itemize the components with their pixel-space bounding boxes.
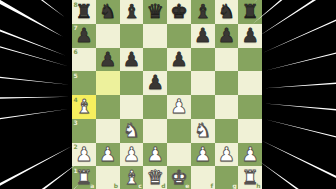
speed-line [265,71,336,89]
square-e5[interactable] [167,71,191,95]
rank-label-6: 6 [74,49,78,55]
square-f2[interactable]: ♟ [191,143,215,167]
square-h1[interactable]: h♜ [238,166,262,189]
piece-white-pawn[interactable]: ♟ [96,143,120,167]
speed-line [259,0,336,36]
square-h3[interactable] [238,119,262,143]
square-b6[interactable]: ♟ [96,48,120,72]
square-d5[interactable]: ♟ [143,71,167,95]
square-g7[interactable]: ♟ [215,24,239,48]
piece-black-pawn[interactable]: ♟ [191,24,215,48]
piece-black-bishop[interactable]: ♝ [120,0,144,24]
piece-black-queen[interactable]: ♛ [143,0,167,24]
piece-white-rook[interactable]: ♜ [238,166,262,189]
speed-line [262,141,336,189]
square-d3[interactable] [143,119,167,143]
speed-line [0,183,80,189]
piece-white-queen[interactable]: ♛ [143,166,167,189]
square-c2[interactable]: ♟ [120,143,144,167]
chess-board: 8♜♞♝♛♚♝♞♜7♟♟♟♟6♟♟♟5♟4♝♟3♞♞2♟♟♟♟♟♟♟1a♜bc♝… [72,0,262,189]
piece-white-pawn[interactable]: ♟ [167,95,191,119]
speed-line [0,0,64,17]
rank-label-5: 5 [74,73,78,79]
square-b2[interactable]: ♟ [96,143,120,167]
square-d1[interactable]: d♛ [143,166,167,189]
piece-black-pawn[interactable]: ♟ [120,48,144,72]
speed-line [0,0,65,56]
piece-black-rook[interactable]: ♜ [72,0,96,24]
square-g1[interactable]: g [215,166,239,189]
square-c3[interactable]: ♞ [120,119,144,143]
file-label-f: f [210,183,213,189]
square-b3[interactable] [96,119,120,143]
square-d6[interactable] [143,48,167,72]
square-f7[interactable]: ♟ [191,24,215,48]
piece-black-pawn[interactable]: ♟ [238,24,262,48]
speed-line [259,161,336,189]
square-c8[interactable]: ♝ [120,0,144,24]
piece-black-knight[interactable]: ♞ [96,0,120,24]
piece-white-pawn[interactable]: ♟ [238,143,262,167]
speed-line [0,109,68,141]
square-d4[interactable] [143,95,167,119]
square-c7[interactable] [120,24,144,48]
square-d7[interactable] [143,24,167,48]
square-e2[interactable] [167,143,191,167]
square-f3[interactable]: ♞ [191,119,215,143]
square-a6[interactable]: 6 [72,48,96,72]
square-f8[interactable]: ♝ [191,0,215,24]
square-h2[interactable]: ♟ [238,143,262,167]
speed-line [265,16,336,71]
file-label-b: b [114,183,118,189]
square-h5[interactable] [238,71,262,95]
square-b4[interactable] [96,95,120,119]
piece-black-king[interactable]: ♚ [167,0,191,24]
piece-black-pawn[interactable]: ♟ [143,71,167,95]
square-h6[interactable] [238,48,262,72]
square-g4[interactable] [215,95,239,119]
square-g2[interactable]: ♟ [215,143,239,167]
square-b8[interactable]: ♞ [96,0,120,24]
square-a8[interactable]: 8♜ [72,0,96,24]
piece-black-rook[interactable]: ♜ [238,0,262,24]
speed-line [0,97,69,103]
piece-white-king[interactable]: ♚ [167,166,191,189]
file-label-g: g [232,183,236,189]
piece-white-knight[interactable]: ♞ [120,119,144,143]
rank-label-3: 3 [74,120,78,126]
square-e4[interactable]: ♟ [167,95,191,119]
thumbnail-canvas: 8♜♞♝♛♚♝♞♜7♟♟♟♟6♟♟♟5♟4♝♟3♞♞2♟♟♟♟♟♟♟1a♜bc♝… [0,0,336,189]
square-f1[interactable]: f [191,166,215,189]
square-c5[interactable] [120,71,144,95]
square-c6[interactable]: ♟ [120,48,144,72]
square-e7[interactable] [167,24,191,48]
piece-white-pawn[interactable]: ♟ [120,143,144,167]
speed-line [0,0,63,37]
speed-line [0,5,68,66]
square-d2[interactable]: ♟ [143,143,167,167]
square-b7[interactable] [96,24,120,48]
piece-white-rook[interactable]: ♜ [72,166,96,189]
speed-line [0,60,70,85]
square-b1[interactable]: b [96,166,120,189]
square-a2[interactable]: 2♟ [72,143,96,167]
piece-black-pawn[interactable]: ♟ [215,24,239,48]
speed-line [263,0,336,53]
speed-line [265,104,336,126]
square-a4[interactable]: 4♝ [72,95,96,119]
square-f6[interactable] [191,48,215,72]
square-a1[interactable]: 1a♜ [72,166,96,189]
square-e6[interactable]: ♟ [167,48,191,72]
piece-white-pawn[interactable]: ♟ [143,143,167,167]
square-c1[interactable]: c♝ [120,166,144,189]
piece-black-knight[interactable]: ♞ [215,0,239,24]
piece-white-pawn[interactable]: ♟ [215,143,239,167]
square-e3[interactable] [167,119,191,143]
piece-white-bishop[interactable]: ♝ [72,95,96,119]
speed-line [0,162,79,189]
piece-white-knight[interactable]: ♞ [191,119,215,143]
piece-black-pawn[interactable]: ♟ [167,48,191,72]
square-e1[interactable]: e♚ [167,166,191,189]
speed-line [253,0,336,4]
square-f4[interactable] [191,95,215,119]
square-e8[interactable]: ♚ [167,0,191,24]
square-f5[interactable] [191,71,215,95]
square-h7[interactable]: ♟ [238,24,262,48]
square-g5[interactable] [215,71,239,95]
speed-line [252,0,336,24]
piece-white-bishop[interactable]: ♝ [120,166,144,189]
square-a3[interactable]: 3 [72,119,96,143]
piece-black-bishop[interactable]: ♝ [191,0,215,24]
piece-black-pawn[interactable]: ♟ [96,48,120,72]
speed-line [255,185,336,189]
square-g3[interactable] [215,119,239,143]
square-h8[interactable]: ♜ [238,0,262,24]
square-a7[interactable]: 7♟ [72,24,96,48]
square-g6[interactable] [215,48,239,72]
square-c4[interactable] [120,95,144,119]
square-b5[interactable] [96,71,120,95]
square-h4[interactable] [238,95,262,119]
square-a5[interactable]: 5 [72,71,96,95]
speed-line [265,119,336,174]
speed-line [0,146,73,189]
square-g8[interactable]: ♞ [215,0,239,24]
piece-black-pawn[interactable]: ♟ [72,24,96,48]
square-d8[interactable]: ♛ [143,0,167,24]
piece-white-pawn[interactable]: ♟ [72,143,96,167]
piece-white-pawn[interactable]: ♟ [191,143,215,167]
